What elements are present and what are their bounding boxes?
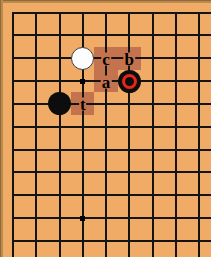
grid-line-horizontal [12, 126, 211, 128]
grid-line-horizontal [12, 80, 211, 82]
hoshi-point [80, 216, 85, 221]
grid-line-vertical [35, 12, 37, 257]
grid-line-horizontal [12, 12, 211, 14]
point-label-b: b [124, 52, 135, 65]
board-edge-top [0, 0, 211, 3]
grid-line-horizontal [12, 34, 211, 36]
grid-line-vertical [12, 12, 14, 257]
point-label-a: a [101, 75, 112, 88]
go-diagram-screenshot: cbat [0, 0, 211, 257]
point-label-c: c [101, 52, 111, 65]
white-stone [71, 47, 94, 70]
grid-line-horizontal [12, 57, 211, 59]
point-label-t: t [79, 98, 87, 111]
grid-line-vertical [198, 12, 200, 257]
black-stone [48, 92, 71, 115]
grid-line-horizontal [12, 103, 211, 105]
grid-line-horizontal [12, 240, 211, 242]
go-board: cbat [0, 0, 211, 257]
grid-line-horizontal [12, 194, 211, 196]
grid-line-horizontal [12, 217, 211, 219]
hoshi-point [80, 79, 85, 84]
grid-line-vertical [152, 12, 154, 257]
grid-line-horizontal [12, 149, 211, 151]
grid-line-vertical [59, 12, 61, 257]
grid-line-vertical [175, 12, 177, 257]
red-circle-marker-icon [122, 74, 137, 89]
board-edge-left [0, 0, 3, 257]
grid-line-horizontal [12, 171, 211, 173]
